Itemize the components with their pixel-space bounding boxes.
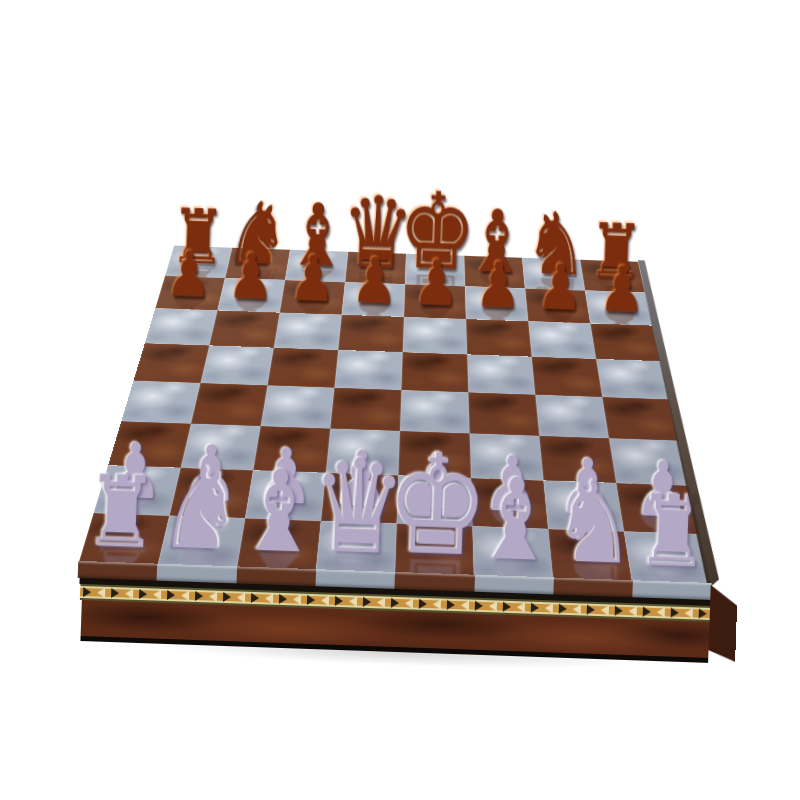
inlay-triangle — [559, 604, 567, 614]
inlay-triangle — [125, 589, 133, 599]
inlay-triangle — [209, 591, 217, 601]
chess-board: ♜♜♞♞♝♝♛♛♚♚♝♝♞♞♜♜♟♟♟♟♟♟♟♟♟♟♟♟♟♟♟♟♟♟♟♟♟♟♟♟… — [78, 246, 712, 588]
inlay-triangle — [685, 608, 693, 618]
inlay-triangle — [629, 606, 637, 616]
chess-set-photo: ♜♜♞♞♝♝♛♛♚♚♝♝♞♞♜♜♟♟♟♟♟♟♟♟♟♟♟♟♟♟♟♟♟♟♟♟♟♟♟♟… — [0, 0, 800, 800]
inlay-triangle — [489, 601, 497, 611]
inlay-triangle — [657, 607, 665, 617]
square-h4[interactable] — [602, 397, 678, 441]
square-c6[interactable] — [274, 313, 342, 350]
square-f1[interactable]: ♝♝ — [472, 526, 553, 582]
square-c5[interactable] — [267, 348, 338, 388]
inlay-triangle — [223, 592, 231, 602]
inlay-triangle — [643, 607, 651, 617]
inlay-triangle — [587, 605, 595, 615]
inlay-triangle — [97, 588, 105, 598]
square-b1[interactable]: ♞♞ — [157, 516, 245, 571]
inlay-triangle — [111, 588, 119, 598]
inlay-triangle — [419, 599, 427, 609]
square-e1[interactable]: ♚♚ — [395, 524, 474, 579]
inlay-triangle — [699, 609, 707, 619]
inlay-triangle — [83, 587, 91, 597]
inlay-triangle — [139, 589, 147, 599]
inlay-triangle — [349, 596, 357, 606]
inlay-triangle — [601, 605, 609, 615]
square-a4[interactable] — [121, 381, 200, 424]
inlay-triangle — [391, 598, 399, 608]
inlay-triangle — [321, 595, 329, 605]
white-knight[interactable]: ♞ — [551, 468, 638, 578]
square-h7[interactable]: ♟♟ — [585, 291, 652, 326]
inlay-triangle — [517, 602, 525, 612]
square-h6[interactable] — [590, 323, 660, 361]
inlay-triangle — [307, 595, 315, 605]
square-g5[interactable] — [532, 357, 603, 397]
square-c4[interactable] — [261, 385, 335, 428]
black-pawn[interactable]: ♟ — [226, 247, 274, 308]
square-b5[interactable] — [201, 345, 274, 385]
inlay-triangle — [293, 594, 301, 604]
inlay-triangle — [433, 599, 441, 609]
square-d1[interactable]: ♛♛ — [316, 521, 397, 576]
square-e7[interactable]: ♟♟ — [404, 284, 466, 319]
black-pawn[interactable]: ♟ — [474, 256, 522, 317]
black-pawn[interactable]: ♟ — [536, 258, 584, 319]
inlay-triangle — [461, 600, 469, 610]
inlay-triangle — [405, 598, 413, 608]
inlay-triangle — [237, 592, 245, 602]
inlay-triangle — [279, 594, 287, 604]
square-a7[interactable]: ♟♟ — [155, 276, 225, 311]
square-d5[interactable] — [334, 350, 402, 390]
inlay-triangle — [167, 590, 175, 600]
square-g7[interactable]: ♟♟ — [525, 288, 590, 323]
chess-set-assembly: ♜♜♞♞♝♝♛♛♚♚♝♝♞♞♜♜♟♟♟♟♟♟♟♟♟♟♟♟♟♟♟♟♟♟♟♟♟♟♟♟… — [0, 0, 800, 800]
square-g6[interactable] — [528, 321, 596, 359]
black-pawn[interactable]: ♟ — [412, 254, 460, 315]
inlay-triangle — [503, 602, 511, 612]
white-bishop[interactable]: ♝ — [472, 465, 559, 575]
black-pawn[interactable]: ♟ — [598, 260, 646, 321]
white-rook[interactable]: ♜ — [83, 465, 159, 561]
inlay-triangle — [447, 600, 455, 610]
square-b4[interactable] — [191, 383, 267, 426]
inlay-triangle — [615, 606, 623, 616]
square-e5[interactable] — [401, 352, 468, 392]
white-queen[interactable]: ♛ — [308, 444, 407, 570]
inlay-triangle — [475, 601, 483, 611]
square-f5[interactable] — [467, 354, 535, 394]
white-knight[interactable]: ♞ — [157, 454, 244, 564]
inlay-triangle — [195, 591, 203, 601]
inlay-triangle — [671, 608, 679, 618]
square-g4[interactable] — [535, 395, 609, 439]
square-a1[interactable]: ♜♜ — [78, 513, 169, 568]
inlay-triangle — [377, 597, 385, 607]
square-f6[interactable] — [466, 319, 532, 356]
square-a5[interactable] — [134, 343, 210, 383]
square-g1[interactable]: ♞♞ — [548, 529, 632, 585]
inlay-triangle — [573, 604, 581, 614]
inlay-triangle — [251, 593, 259, 603]
square-a6[interactable] — [145, 308, 218, 345]
square-h5[interactable] — [596, 359, 669, 399]
inlay-triangle — [531, 603, 539, 613]
black-pawn[interactable]: ♟ — [288, 249, 336, 310]
black-pawn[interactable]: ♟ — [350, 251, 398, 312]
inlay-triangle — [545, 603, 553, 613]
inlay-triangle — [335, 596, 343, 606]
square-d6[interactable] — [338, 315, 404, 352]
black-pawn[interactable]: ♟ — [164, 245, 212, 306]
inlay-triangle — [265, 593, 273, 603]
inlay-triangle — [181, 590, 189, 600]
inlay-triangle — [363, 597, 371, 607]
inlay-triangle — [153, 589, 161, 599]
